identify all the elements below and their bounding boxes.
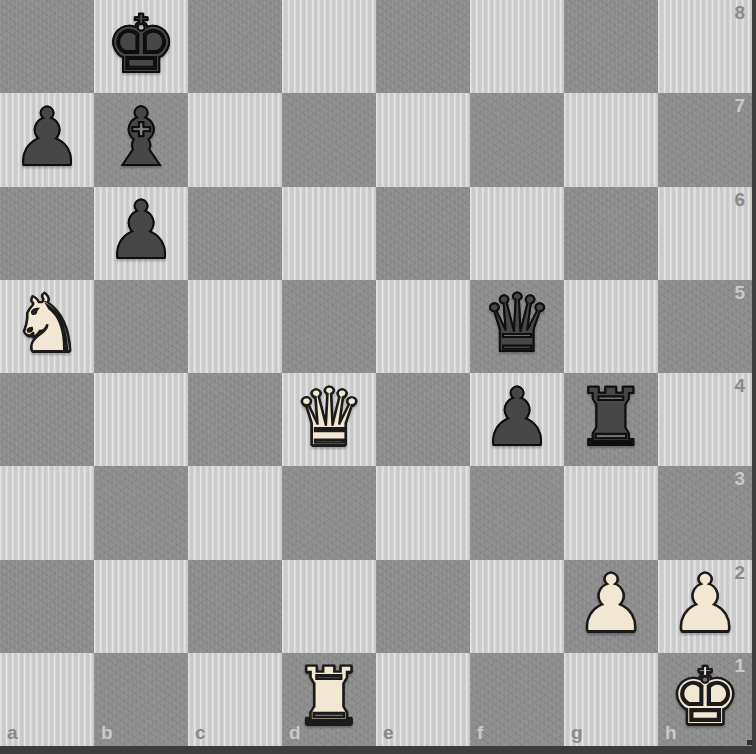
square-b8[interactable]: ♚ xyxy=(94,0,188,93)
square-c5[interactable] xyxy=(188,280,282,373)
square-a2[interactable] xyxy=(0,560,94,653)
square-f8[interactable] xyxy=(470,0,564,93)
board-resize-handle[interactable] xyxy=(747,740,752,745)
square-h3[interactable]: 3 xyxy=(658,466,752,559)
square-d7[interactable] xyxy=(282,93,376,186)
rank-label-4: 4 xyxy=(734,376,745,395)
file-label-b: b xyxy=(101,723,113,742)
piece-white-rook[interactable]: ♜ xyxy=(293,657,365,737)
square-d6[interactable] xyxy=(282,187,376,280)
rank-label-1: 1 xyxy=(734,656,745,675)
piece-white-king[interactable]: ♚ xyxy=(669,657,741,737)
square-e2[interactable] xyxy=(376,560,470,653)
square-h8[interactable]: 8 xyxy=(658,0,752,93)
square-g7[interactable] xyxy=(564,93,658,186)
square-a1[interactable]: a xyxy=(0,653,94,746)
rank-label-6: 6 xyxy=(734,190,745,209)
square-a6[interactable] xyxy=(0,187,94,280)
piece-white-pawn[interactable]: ♟ xyxy=(575,564,647,644)
square-g3[interactable] xyxy=(564,466,658,559)
square-e3[interactable] xyxy=(376,466,470,559)
rank-label-5: 5 xyxy=(734,283,745,302)
square-c3[interactable] xyxy=(188,466,282,559)
square-d1[interactable]: ♜d xyxy=(282,653,376,746)
piece-black-queen[interactable]: ♛ xyxy=(481,284,553,364)
square-b5[interactable] xyxy=(94,280,188,373)
square-h6[interactable]: 6 xyxy=(658,187,752,280)
square-b3[interactable] xyxy=(94,466,188,559)
square-e8[interactable] xyxy=(376,0,470,93)
square-b6[interactable]: ♟ xyxy=(94,187,188,280)
piece-black-rook[interactable]: ♜ xyxy=(575,378,647,458)
square-g2[interactable]: ♟ xyxy=(564,560,658,653)
square-g6[interactable] xyxy=(564,187,658,280)
square-a3[interactable] xyxy=(0,466,94,559)
rank-label-2: 2 xyxy=(734,563,745,582)
square-c8[interactable] xyxy=(188,0,282,93)
rank-label-8: 8 xyxy=(734,3,745,22)
square-a8[interactable] xyxy=(0,0,94,93)
square-g5[interactable] xyxy=(564,280,658,373)
square-a4[interactable] xyxy=(0,373,94,466)
square-f1[interactable]: f xyxy=(470,653,564,746)
square-e4[interactable] xyxy=(376,373,470,466)
square-c2[interactable] xyxy=(188,560,282,653)
square-g4[interactable]: ♜ xyxy=(564,373,658,466)
piece-black-king[interactable]: ♚ xyxy=(105,5,177,85)
square-e6[interactable] xyxy=(376,187,470,280)
square-d8[interactable] xyxy=(282,0,376,93)
square-d3[interactable] xyxy=(282,466,376,559)
square-h1[interactable]: ♚h1 xyxy=(658,653,752,746)
square-f7[interactable] xyxy=(470,93,564,186)
square-f6[interactable] xyxy=(470,187,564,280)
piece-black-pawn[interactable]: ♟ xyxy=(105,191,177,271)
square-a5[interactable]: ♞ xyxy=(0,280,94,373)
file-label-d: d xyxy=(289,723,301,742)
square-g1[interactable]: g xyxy=(564,653,658,746)
chess-board: ♚8♟♝7♟6♞♛5♛♟♜43♟♟2abc♜defg♚h1 xyxy=(0,0,752,746)
piece-black-pawn[interactable]: ♟ xyxy=(11,98,83,178)
file-label-c: c xyxy=(195,723,206,742)
square-e5[interactable] xyxy=(376,280,470,373)
page: ♚8♟♝7♟6♞♛5♛♟♜43♟♟2abc♜defg♚h1 xyxy=(0,0,756,754)
square-a7[interactable]: ♟ xyxy=(0,93,94,186)
square-c1[interactable]: c xyxy=(188,653,282,746)
square-c7[interactable] xyxy=(188,93,282,186)
square-h2[interactable]: ♟2 xyxy=(658,560,752,653)
square-h5[interactable]: 5 xyxy=(658,280,752,373)
piece-black-pawn[interactable]: ♟ xyxy=(481,378,553,458)
file-label-e: e xyxy=(383,723,394,742)
square-b1[interactable]: b xyxy=(94,653,188,746)
square-f3[interactable] xyxy=(470,466,564,559)
rank-label-3: 3 xyxy=(734,469,745,488)
square-f4[interactable]: ♟ xyxy=(470,373,564,466)
square-h7[interactable]: 7 xyxy=(658,93,752,186)
square-e1[interactable]: e xyxy=(376,653,470,746)
piece-white-pawn[interactable]: ♟ xyxy=(669,564,741,644)
square-h4[interactable]: 4 xyxy=(658,373,752,466)
piece-black-bishop[interactable]: ♝ xyxy=(105,98,177,178)
square-d2[interactable] xyxy=(282,560,376,653)
file-label-g: g xyxy=(571,723,583,742)
square-b7[interactable]: ♝ xyxy=(94,93,188,186)
piece-white-knight[interactable]: ♞ xyxy=(11,284,83,364)
square-e7[interactable] xyxy=(376,93,470,186)
piece-white-queen[interactable]: ♛ xyxy=(293,378,365,458)
square-b2[interactable] xyxy=(94,560,188,653)
square-d5[interactable] xyxy=(282,280,376,373)
square-d4[interactable]: ♛ xyxy=(282,373,376,466)
square-b4[interactable] xyxy=(94,373,188,466)
square-c6[interactable] xyxy=(188,187,282,280)
square-c4[interactable] xyxy=(188,373,282,466)
square-g8[interactable] xyxy=(564,0,658,93)
file-label-a: a xyxy=(7,723,18,742)
square-f2[interactable] xyxy=(470,560,564,653)
file-label-h: h xyxy=(665,723,677,742)
file-label-f: f xyxy=(477,723,483,742)
rank-label-7: 7 xyxy=(734,96,745,115)
square-f5[interactable]: ♛ xyxy=(470,280,564,373)
